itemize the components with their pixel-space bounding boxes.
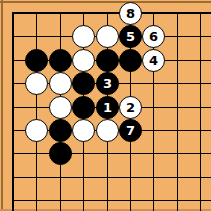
move-number-label: 8 xyxy=(126,7,135,20)
stone-black[interactable]: 1 xyxy=(96,96,119,119)
stone-white[interactable] xyxy=(49,72,72,95)
stone-black[interactable] xyxy=(49,49,72,72)
stone-white[interactable]: 4 xyxy=(142,49,165,72)
board-frame-top-edge xyxy=(0,1,211,3)
stone-black[interactable] xyxy=(49,119,72,142)
move-number-label: 2 xyxy=(126,101,135,114)
stone-black[interactable]: 7 xyxy=(119,119,142,142)
stone-black[interactable] xyxy=(25,49,48,72)
stone-white[interactable] xyxy=(72,49,95,72)
stone-black[interactable] xyxy=(72,96,95,119)
grid-line-vertical xyxy=(200,13,201,211)
stone-white[interactable] xyxy=(49,96,72,119)
grid-line-vertical xyxy=(177,13,178,211)
move-number-label: 1 xyxy=(103,101,112,114)
grid-line-horizontal xyxy=(13,200,211,201)
stone-black[interactable] xyxy=(49,142,72,165)
move-number-label: 3 xyxy=(103,77,112,90)
stone-white[interactable] xyxy=(25,119,48,142)
stone-black[interactable] xyxy=(72,72,95,95)
board-frame-bottom-edge xyxy=(0,209,211,211)
go-board[interactable]: 85643127 xyxy=(0,0,211,211)
move-number-label: 6 xyxy=(149,30,158,43)
board-frame-left-edge xyxy=(1,0,3,211)
stone-white[interactable]: 8 xyxy=(119,2,142,25)
grid-line-vertical xyxy=(12,12,14,211)
stone-black[interactable]: 3 xyxy=(96,72,119,95)
grid-line-horizontal xyxy=(12,12,211,14)
stone-white[interactable] xyxy=(72,25,95,48)
stone-black[interactable]: 5 xyxy=(119,25,142,48)
grid-line-vertical xyxy=(36,13,37,211)
move-number-label: 5 xyxy=(126,30,135,43)
stone-black[interactable] xyxy=(119,49,142,72)
stone-white[interactable]: 6 xyxy=(142,25,165,48)
move-number-label: 7 xyxy=(126,124,135,137)
move-number-label: 4 xyxy=(149,54,158,67)
stone-white[interactable] xyxy=(72,119,95,142)
stone-white[interactable] xyxy=(96,25,119,48)
grid-line-horizontal xyxy=(13,153,211,154)
grid-line-horizontal xyxy=(13,177,211,178)
stone-white[interactable]: 2 xyxy=(119,96,142,119)
stone-white[interactable] xyxy=(25,72,48,95)
stone-white[interactable] xyxy=(96,119,119,142)
stone-black[interactable] xyxy=(96,49,119,72)
